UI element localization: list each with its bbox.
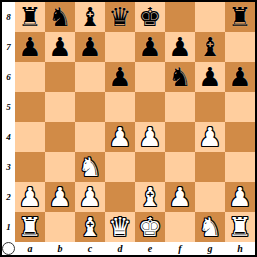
square-d8[interactable]: ♛ (105, 2, 135, 32)
square-e2[interactable]: ♝ (135, 182, 165, 212)
square-f2[interactable]: ♟ (165, 182, 195, 212)
black-pawn: ♟ (168, 32, 191, 62)
square-g7[interactable]: ♝ (195, 32, 225, 62)
square-d6[interactable]: ♟ (105, 62, 135, 92)
black-pawn: ♟ (138, 32, 161, 62)
white-knight: ♞ (78, 152, 101, 182)
white-bishop: ♝ (78, 212, 101, 242)
square-g4[interactable]: ♟ (195, 122, 225, 152)
file-label-a: a (15, 244, 45, 254)
square-b8[interactable]: ♞ (45, 2, 75, 32)
white-pawn: ♟ (48, 182, 71, 212)
square-b4[interactable] (45, 122, 75, 152)
rank-label-4: 4 (2, 122, 15, 152)
rank-label-3: 3 (2, 152, 15, 182)
square-g6[interactable]: ♟ (195, 62, 225, 92)
square-f8[interactable] (165, 2, 195, 32)
square-f1[interactable] (165, 212, 195, 242)
white-pawn: ♟ (78, 182, 101, 212)
square-c7[interactable]: ♟ (75, 32, 105, 62)
square-d1[interactable]: ♛ (105, 212, 135, 242)
file-label-h: h (225, 244, 255, 254)
black-rook: ♜ (228, 2, 251, 32)
square-g1[interactable]: ♞ (195, 212, 225, 242)
square-a1[interactable]: ♜ (15, 212, 45, 242)
white-to-move-indicator (2, 242, 15, 255)
square-e7[interactable]: ♟ (135, 32, 165, 62)
square-h5[interactable] (225, 92, 255, 122)
white-rook: ♜ (228, 212, 251, 242)
black-pawn: ♟ (18, 32, 41, 62)
white-pawn: ♟ (168, 182, 191, 212)
square-d3[interactable] (105, 152, 135, 182)
white-pawn: ♟ (108, 122, 131, 152)
black-pawn: ♟ (78, 32, 101, 62)
square-h8[interactable]: ♜ (225, 2, 255, 32)
white-queen: ♛ (108, 212, 131, 242)
square-b1[interactable] (45, 212, 75, 242)
square-b7[interactable]: ♟ (45, 32, 75, 62)
square-e8[interactable]: ♚ (135, 2, 165, 32)
chess-board-frame: 87654321 ♜♞♝♛♚♜♟♟♟♟♟♝♟♞♟♟♟♟♟♞♟♟♟♝♟♟♜♝♛♚♞… (0, 0, 257, 257)
square-h2[interactable]: ♟ (225, 182, 255, 212)
square-d5[interactable] (105, 92, 135, 122)
square-d2[interactable] (105, 182, 135, 212)
square-d7[interactable] (105, 32, 135, 62)
white-pawn: ♟ (138, 122, 161, 152)
square-g2[interactable] (195, 182, 225, 212)
square-b3[interactable] (45, 152, 75, 182)
square-f3[interactable] (165, 152, 195, 182)
square-g8[interactable] (195, 2, 225, 32)
black-king: ♚ (138, 2, 161, 32)
rank-label-8: 8 (2, 2, 15, 32)
square-a7[interactable]: ♟ (15, 32, 45, 62)
white-pawn: ♟ (198, 122, 221, 152)
square-a8[interactable]: ♜ (15, 2, 45, 32)
square-f4[interactable] (165, 122, 195, 152)
file-label-b: b (45, 244, 75, 254)
square-e1[interactable]: ♚ (135, 212, 165, 242)
white-king: ♚ (138, 212, 161, 242)
rank-label-1: 1 (2, 212, 15, 242)
square-c4[interactable] (75, 122, 105, 152)
black-pawn: ♟ (198, 62, 221, 92)
square-h3[interactable] (225, 152, 255, 182)
square-h1[interactable]: ♜ (225, 212, 255, 242)
file-labels: abcdefgh (15, 242, 255, 255)
turn-indicator-corner (2, 242, 15, 255)
white-knight: ♞ (198, 212, 221, 242)
black-rook: ♜ (18, 2, 41, 32)
square-h6[interactable]: ♟ (225, 62, 255, 92)
rank-label-7: 7 (2, 32, 15, 62)
square-f7[interactable]: ♟ (165, 32, 195, 62)
square-c5[interactable] (75, 92, 105, 122)
square-f6[interactable]: ♞ (165, 62, 195, 92)
file-label-g: g (195, 244, 225, 254)
white-pawn: ♟ (18, 182, 41, 212)
black-knight: ♞ (168, 62, 191, 92)
rank-label-6: 6 (2, 62, 15, 92)
square-b2[interactable]: ♟ (45, 182, 75, 212)
square-a5[interactable] (15, 92, 45, 122)
white-bishop: ♝ (138, 182, 161, 212)
square-f5[interactable] (165, 92, 195, 122)
square-d4[interactable]: ♟ (105, 122, 135, 152)
black-queen: ♛ (108, 2, 131, 32)
square-a4[interactable] (15, 122, 45, 152)
file-label-d: d (105, 244, 135, 254)
black-pawn: ♟ (228, 62, 251, 92)
square-c2[interactable]: ♟ (75, 182, 105, 212)
rank-label-5: 5 (2, 92, 15, 122)
square-c6[interactable] (75, 62, 105, 92)
square-g5[interactable] (195, 92, 225, 122)
square-c1[interactable]: ♝ (75, 212, 105, 242)
square-e6[interactable] (135, 62, 165, 92)
white-pawn: ♟ (228, 182, 251, 212)
file-label-e: e (135, 244, 165, 254)
black-pawn: ♟ (108, 62, 131, 92)
rank-labels: 87654321 (2, 2, 15, 242)
black-pawn: ♟ (48, 32, 71, 62)
square-a6[interactable] (15, 62, 45, 92)
square-a2[interactable]: ♟ (15, 182, 45, 212)
file-label-c: c (75, 244, 105, 254)
black-bishop: ♝ (198, 32, 221, 62)
square-h7[interactable] (225, 32, 255, 62)
black-bishop: ♝ (78, 2, 101, 32)
square-a3[interactable] (15, 152, 45, 182)
square-c8[interactable]: ♝ (75, 2, 105, 32)
file-label-f: f (165, 244, 195, 254)
black-knight: ♞ (48, 2, 71, 32)
chess-board: ♜♞♝♛♚♜♟♟♟♟♟♝♟♞♟♟♟♟♟♞♟♟♟♝♟♟♜♝♛♚♞♜ (15, 2, 255, 242)
square-b6[interactable] (45, 62, 75, 92)
square-c3[interactable]: ♞ (75, 152, 105, 182)
square-e3[interactable] (135, 152, 165, 182)
square-g3[interactable] (195, 152, 225, 182)
square-e4[interactable]: ♟ (135, 122, 165, 152)
square-e5[interactable] (135, 92, 165, 122)
rank-label-2: 2 (2, 182, 15, 212)
white-rook: ♜ (18, 212, 41, 242)
square-b5[interactable] (45, 92, 75, 122)
square-h4[interactable] (225, 122, 255, 152)
